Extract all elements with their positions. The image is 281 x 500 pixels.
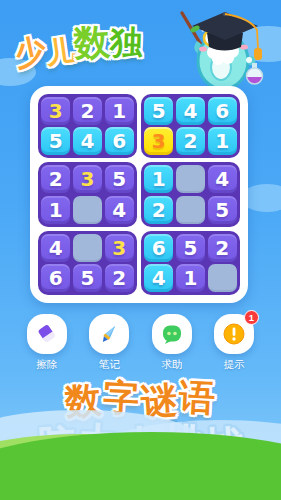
cell-r4c3[interactable]: 4 — [105, 196, 134, 224]
sudoku-board: 3215465463212351414254365265241 — [30, 86, 248, 303]
tool-label: 提示 — [223, 358, 244, 372]
sudoku-box: 321546 — [38, 94, 137, 158]
sudoku-box: 43652 — [38, 231, 137, 295]
cell-r6c4[interactable]: 4 — [144, 264, 173, 292]
cell-r3c4[interactable]: 1 — [144, 165, 173, 193]
cell-r3c6[interactable]: 4 — [208, 165, 237, 193]
cell-r3c1[interactable]: 2 — [41, 165, 70, 193]
app-title-char: 儿 — [43, 31, 77, 75]
cell-r5c6[interactable]: 2 — [208, 234, 237, 262]
sudoku-box: 65241 — [141, 231, 240, 295]
cell-r4c6[interactable]: 5 — [208, 196, 237, 224]
app-title: 少儿数独 — [12, 14, 145, 74]
hint-count-badge: 1 — [244, 310, 259, 325]
erase-button[interactable]: 擦除 — [24, 314, 70, 372]
cell-r5c4[interactable]: 6 — [144, 234, 173, 262]
toolbar: 擦除 笔记 — [0, 314, 281, 372]
tassel-icon — [254, 48, 262, 60]
tool-label: 笔记 — [99, 358, 120, 372]
owl-cheek — [199, 46, 207, 51]
cell-r2c6[interactable]: 1 — [208, 127, 237, 155]
cell-r1c5[interactable]: 4 — [176, 97, 205, 125]
cell-r1c6[interactable]: 6 — [208, 97, 237, 125]
app-screen: 少儿数独 — [0, 0, 281, 500]
cell-r2c2[interactable]: 4 — [73, 127, 102, 155]
cell-r4c5[interactable] — [176, 196, 205, 224]
cell-r6c3[interactable]: 2 — [105, 264, 134, 292]
cell-r5c2[interactable] — [73, 234, 102, 262]
sudoku-box: 546321 — [141, 94, 240, 158]
cell-r6c5[interactable]: 1 — [176, 264, 205, 292]
cell-r5c3[interactable]: 3 — [105, 234, 134, 262]
eraser-icon — [27, 314, 67, 354]
cell-r6c6[interactable] — [208, 264, 237, 292]
cell-r1c4[interactable]: 5 — [144, 97, 173, 125]
cell-r4c2[interactable] — [73, 196, 102, 224]
cell-r3c3[interactable]: 5 — [105, 165, 134, 193]
cell-r3c2[interactable]: 3 — [73, 165, 102, 193]
app-title-char: 数 — [73, 18, 112, 69]
grass-ground — [0, 474, 281, 500]
cell-r5c5[interactable]: 5 — [176, 234, 205, 262]
owl-mascot-illustration — [170, 2, 272, 96]
chat-icon — [152, 314, 192, 354]
app-title-char: 独 — [109, 20, 144, 66]
notes-button[interactable]: 笔记 — [86, 314, 132, 372]
cell-r4c1[interactable]: 1 — [41, 196, 70, 224]
cell-r2c4[interactable]: 3 — [144, 127, 173, 155]
brush-icon — [89, 314, 129, 354]
cell-r4c4[interactable]: 2 — [144, 196, 173, 224]
cell-r2c1[interactable]: 5 — [41, 127, 70, 155]
cell-r5c1[interactable]: 4 — [41, 234, 70, 262]
hint-button[interactable]: 1 提示 — [211, 314, 257, 372]
cell-r2c3[interactable]: 6 — [105, 127, 134, 155]
cell-r1c2[interactable]: 2 — [73, 97, 102, 125]
tool-label: 求助 — [161, 358, 182, 372]
sudoku-box: 1425 — [141, 162, 240, 226]
cell-r1c3[interactable]: 1 — [105, 97, 134, 125]
cell-r3c5[interactable] — [176, 165, 205, 193]
ask-help-button[interactable]: 求助 — [149, 314, 195, 372]
cell-r6c2[interactable]: 5 — [73, 264, 102, 292]
tool-label: 擦除 — [37, 358, 58, 372]
cell-r1c1[interactable]: 3 — [41, 97, 70, 125]
cell-r2c5[interactable]: 2 — [176, 127, 205, 155]
cell-r6c1[interactable]: 6 — [41, 264, 70, 292]
sudoku-box: 23514 — [38, 162, 137, 226]
